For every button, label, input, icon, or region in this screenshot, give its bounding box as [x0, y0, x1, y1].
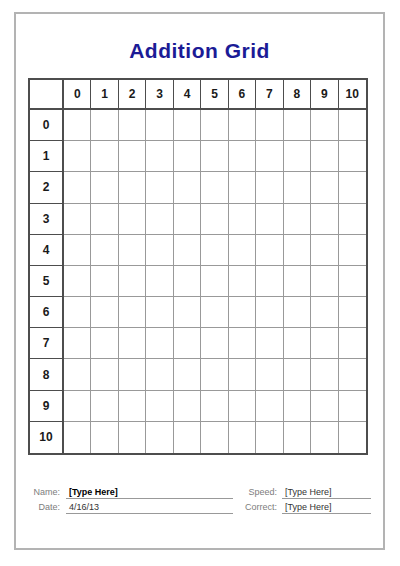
answer-cell-r7-c3[interactable] [146, 328, 173, 359]
answer-cell-r2-c10[interactable] [339, 172, 366, 203]
col-header-1: 1 [91, 80, 118, 110]
row-header-7: 7 [30, 328, 64, 359]
row-header-10: 10 [30, 422, 64, 453]
row-header-5: 5 [30, 266, 64, 297]
corner-cell [30, 80, 64, 110]
answer-cell-r9-c8[interactable] [284, 391, 311, 422]
answer-cell-r0-c2[interactable] [119, 110, 146, 141]
answer-cell-r1-c6[interactable] [229, 141, 256, 172]
row-header-4: 4 [30, 235, 64, 266]
speed-input[interactable]: [Type Here] [282, 486, 371, 499]
speed-label: Speed: [206, 486, 277, 498]
answer-cell-r2-c7[interactable] [256, 172, 283, 203]
row-header-3: 3 [30, 204, 64, 235]
col-header-6: 6 [229, 80, 256, 110]
worksheet-page: Addition Grid 012345678910012345678910 N… [14, 12, 385, 550]
answer-cell-r2-c2[interactable] [119, 172, 146, 203]
answer-cell-r7-c4[interactable] [174, 328, 201, 359]
answer-cell-r8-c0[interactable] [64, 359, 91, 390]
answer-cell-r7-c5[interactable] [201, 328, 228, 359]
answer-cell-r5-c7[interactable] [256, 266, 283, 297]
answer-cell-r1-c10[interactable] [339, 141, 366, 172]
answer-cell-r10-c1[interactable] [91, 422, 118, 453]
answer-cell-r10-c3[interactable] [146, 422, 173, 453]
answer-cell-r1-c5[interactable] [201, 141, 228, 172]
answer-cell-r4-c3[interactable] [146, 235, 173, 266]
answer-cell-r10-c2[interactable] [119, 422, 146, 453]
col-header-3: 3 [146, 80, 173, 110]
row-header-1: 1 [30, 141, 64, 172]
answer-cell-r7-c2[interactable] [119, 328, 146, 359]
answer-cell-r9-c3[interactable] [146, 391, 173, 422]
col-header-0: 0 [64, 80, 91, 110]
answer-cell-r9-c0[interactable] [64, 391, 91, 422]
col-header-9: 9 [311, 80, 338, 110]
answer-cell-r3-c5[interactable] [201, 204, 228, 235]
answer-cell-r4-c5[interactable] [201, 235, 228, 266]
answer-cell-r9-c6[interactable] [229, 391, 256, 422]
row-header-0: 0 [30, 110, 64, 141]
answer-cell-r8-c6[interactable] [229, 359, 256, 390]
answer-cell-r7-c10[interactable] [339, 328, 366, 359]
answer-cell-r3-c10[interactable] [339, 204, 366, 235]
answer-cell-r7-c9[interactable] [311, 328, 338, 359]
answer-cell-r4-c0[interactable] [64, 235, 91, 266]
answer-cell-r6-c8[interactable] [284, 297, 311, 328]
answer-cell-r4-c7[interactable] [256, 235, 283, 266]
answer-cell-r5-c8[interactable] [284, 266, 311, 297]
answer-cell-r6-c7[interactable] [256, 297, 283, 328]
answer-cell-r9-c7[interactable] [256, 391, 283, 422]
answer-cell-r1-c2[interactable] [119, 141, 146, 172]
page-title: Addition Grid [16, 39, 383, 63]
date-label: Date: [18, 501, 60, 513]
answer-cell-r5-c3[interactable] [146, 266, 173, 297]
answer-cell-r5-c10[interactable] [339, 266, 366, 297]
answer-cell-r10-c4[interactable] [174, 422, 201, 453]
answer-cell-r10-c6[interactable] [229, 422, 256, 453]
answer-cell-r6-c3[interactable] [146, 297, 173, 328]
answer-cell-r7-c7[interactable] [256, 328, 283, 359]
answer-cell-r6-c5[interactable] [201, 297, 228, 328]
answer-cell-r0-c1[interactable] [91, 110, 118, 141]
correct-input[interactable]: [Type Here] [282, 501, 371, 514]
row-header-8: 8 [30, 359, 64, 390]
answer-cell-r2-c4[interactable] [174, 172, 201, 203]
answer-cell-r8-c5[interactable] [201, 359, 228, 390]
row-header-6: 6 [30, 297, 64, 328]
answer-cell-r6-c1[interactable] [91, 297, 118, 328]
answer-cell-r9-c5[interactable] [201, 391, 228, 422]
answer-cell-r3-c1[interactable] [91, 204, 118, 235]
answer-cell-r3-c6[interactable] [229, 204, 256, 235]
answer-cell-r10-c0[interactable] [64, 422, 91, 453]
answer-cell-r4-c2[interactable] [119, 235, 146, 266]
answer-cell-r10-c5[interactable] [201, 422, 228, 453]
answer-cell-r3-c0[interactable] [64, 204, 91, 235]
answer-cell-r3-c3[interactable] [146, 204, 173, 235]
answer-cell-r9-c9[interactable] [311, 391, 338, 422]
answer-cell-r0-c7[interactable] [256, 110, 283, 141]
answer-cell-r6-c10[interactable] [339, 297, 366, 328]
answer-cell-r7-c6[interactable] [229, 328, 256, 359]
answer-cell-r0-c0[interactable] [64, 110, 91, 141]
answer-cell-r0-c9[interactable] [311, 110, 338, 141]
row-header-9: 9 [30, 391, 64, 422]
col-header-10: 10 [339, 80, 366, 110]
answer-cell-r3-c4[interactable] [174, 204, 201, 235]
answer-cell-r0-c10[interactable] [339, 110, 366, 141]
answer-cell-r2-c0[interactable] [64, 172, 91, 203]
col-header-7: 7 [256, 80, 283, 110]
addition-grid: 012345678910012345678910 [28, 78, 368, 455]
answer-cell-r8-c8[interactable] [284, 359, 311, 390]
answer-cell-r9-c4[interactable] [174, 391, 201, 422]
answer-cell-r4-c9[interactable] [311, 235, 338, 266]
answer-cell-r8-c1[interactable] [91, 359, 118, 390]
answer-cell-r9-c2[interactable] [119, 391, 146, 422]
answer-cell-r10-c10[interactable] [339, 422, 366, 453]
answer-cell-r2-c6[interactable] [229, 172, 256, 203]
answer-cell-r2-c9[interactable] [311, 172, 338, 203]
answer-cell-r1-c7[interactable] [256, 141, 283, 172]
col-header-5: 5 [201, 80, 228, 110]
name-label: Name: [18, 486, 60, 498]
answer-cell-r2-c5[interactable] [201, 172, 228, 203]
answer-cell-r8-c2[interactable] [119, 359, 146, 390]
answer-cell-r0-c8[interactable] [284, 110, 311, 141]
answer-cell-r2-c3[interactable] [146, 172, 173, 203]
col-header-8: 8 [284, 80, 311, 110]
answer-cell-r6-c6[interactable] [229, 297, 256, 328]
col-header-4: 4 [174, 80, 201, 110]
answer-cell-r6-c0[interactable] [64, 297, 91, 328]
answer-cell-r8-c3[interactable] [146, 359, 173, 390]
answer-cell-r2-c1[interactable] [91, 172, 118, 203]
answer-cell-r4-c8[interactable] [284, 235, 311, 266]
answer-cell-r4-c1[interactable] [91, 235, 118, 266]
answer-cell-r5-c6[interactable] [229, 266, 256, 297]
answer-cell-r7-c0[interactable] [64, 328, 91, 359]
answer-cell-r6-c2[interactable] [119, 297, 146, 328]
answer-cell-r3-c9[interactable] [311, 204, 338, 235]
correct-label: Correct: [206, 501, 277, 513]
answer-cell-r8-c9[interactable] [311, 359, 338, 390]
answer-cell-r1-c1[interactable] [91, 141, 118, 172]
answer-cell-r1-c0[interactable] [64, 141, 91, 172]
answer-cell-r0-c3[interactable] [146, 110, 173, 141]
answer-cell-r8-c10[interactable] [339, 359, 366, 390]
answer-cell-r10-c9[interactable] [311, 422, 338, 453]
answer-cell-r10-c8[interactable] [284, 422, 311, 453]
answer-cell-r6-c4[interactable] [174, 297, 201, 328]
answer-cell-r4-c10[interactable] [339, 235, 366, 266]
answer-cell-r5-c2[interactable] [119, 266, 146, 297]
answer-cell-r10-c7[interactable] [256, 422, 283, 453]
answer-cell-r5-c5[interactable] [201, 266, 228, 297]
answer-cell-r1-c9[interactable] [311, 141, 338, 172]
answer-cell-r7-c8[interactable] [284, 328, 311, 359]
row-header-2: 2 [30, 172, 64, 203]
answer-cell-r9-c10[interactable] [339, 391, 366, 422]
answer-cell-r4-c6[interactable] [229, 235, 256, 266]
answer-cell-r5-c9[interactable] [311, 266, 338, 297]
answer-cell-r8-c4[interactable] [174, 359, 201, 390]
answer-cell-r0-c4[interactable] [174, 110, 201, 141]
answer-cell-r5-c0[interactable] [64, 266, 91, 297]
answer-cell-r1-c3[interactable] [146, 141, 173, 172]
answer-cell-r5-c4[interactable] [174, 266, 201, 297]
answer-cell-r3-c2[interactable] [119, 204, 146, 235]
answer-cell-r0-c5[interactable] [201, 110, 228, 141]
answer-cell-r8-c7[interactable] [256, 359, 283, 390]
answer-cell-r0-c6[interactable] [229, 110, 256, 141]
answer-cell-r1-c4[interactable] [174, 141, 201, 172]
answer-cell-r5-c1[interactable] [91, 266, 118, 297]
answer-cell-r6-c9[interactable] [311, 297, 338, 328]
answer-cell-r3-c7[interactable] [256, 204, 283, 235]
answer-cell-r3-c8[interactable] [284, 204, 311, 235]
answer-cell-r9-c1[interactable] [91, 391, 118, 422]
answer-cell-r1-c8[interactable] [284, 141, 311, 172]
col-header-2: 2 [119, 80, 146, 110]
answer-cell-r2-c8[interactable] [284, 172, 311, 203]
answer-cell-r7-c1[interactable] [91, 328, 118, 359]
answer-cell-r4-c4[interactable] [174, 235, 201, 266]
